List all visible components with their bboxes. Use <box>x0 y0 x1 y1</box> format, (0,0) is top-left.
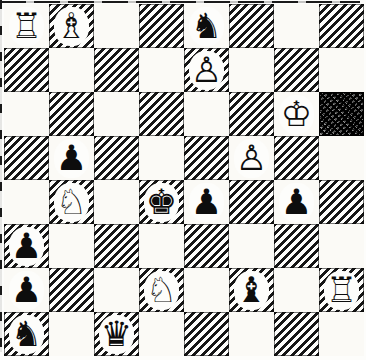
square-c6 <box>94 92 139 136</box>
square-h3 <box>319 224 364 268</box>
square-a6 <box>4 92 49 136</box>
black-queen-c1: ♛ <box>99 315 134 354</box>
square-h6 <box>319 92 364 136</box>
square-e2 <box>184 268 229 312</box>
square-b1 <box>49 312 94 356</box>
black-king-d4: ♚ <box>144 183 179 222</box>
square-c8 <box>94 4 139 48</box>
square-c7 <box>94 48 139 92</box>
black-pawn-e4: ♟ <box>189 183 224 222</box>
square-c1: ♛ <box>94 312 139 356</box>
white-pawn-f5: ♙ <box>234 139 269 178</box>
black-pawn-a2: ♟ <box>9 271 44 310</box>
white-rook-a8: ♖ <box>9 7 44 46</box>
black-knight-e8: ♞ <box>189 7 224 46</box>
square-f5: ♙ <box>229 136 274 180</box>
square-d1 <box>139 312 184 356</box>
square-f3 <box>229 224 274 268</box>
square-e3 <box>184 224 229 268</box>
square-f6 <box>229 92 274 136</box>
square-f2: ♝ <box>229 268 274 312</box>
black-pawn-a3: ♟ <box>9 227 44 266</box>
square-f8 <box>229 4 274 48</box>
square-b6 <box>49 92 94 136</box>
square-d7 <box>139 48 184 92</box>
white-pawn-e7: ♙ <box>189 51 224 90</box>
square-b8: ♗ <box>49 4 94 48</box>
square-b7 <box>49 48 94 92</box>
square-b3 <box>49 224 94 268</box>
square-a2: ♟ <box>4 268 49 312</box>
black-pawn-g4: ♟ <box>279 183 314 222</box>
white-knight-d2: ♘ <box>144 271 179 310</box>
chess-board: ♖♗♞♙♔♟♙♘♚♟♟♟♟♘♝♖♞♛ <box>4 4 364 356</box>
square-e1 <box>184 312 229 356</box>
square-b5: ♟ <box>49 136 94 180</box>
square-e8: ♞ <box>184 4 229 48</box>
square-d5 <box>139 136 184 180</box>
square-h7 <box>319 48 364 92</box>
square-f7 <box>229 48 274 92</box>
square-d8 <box>139 4 184 48</box>
square-h5 <box>319 136 364 180</box>
square-a7 <box>4 48 49 92</box>
square-a5 <box>4 136 49 180</box>
square-f1 <box>229 312 274 356</box>
square-b2 <box>49 268 94 312</box>
square-e7: ♙ <box>184 48 229 92</box>
square-e4: ♟ <box>184 180 229 224</box>
white-knight-b4: ♘ <box>54 183 89 222</box>
square-d2: ♘ <box>139 268 184 312</box>
square-c3 <box>94 224 139 268</box>
square-a1: ♞ <box>4 312 49 356</box>
square-d3 <box>139 224 184 268</box>
square-d4: ♚ <box>139 180 184 224</box>
square-g3 <box>274 224 319 268</box>
scanned-chess-diagram: ♖♗♞♙♔♟♙♘♚♟♟♟♟♘♝♖♞♛ <box>0 0 366 360</box>
square-e5 <box>184 136 229 180</box>
square-b4: ♘ <box>49 180 94 224</box>
square-h4 <box>319 180 364 224</box>
square-g1 <box>274 312 319 356</box>
square-c2 <box>94 268 139 312</box>
black-bishop-f2: ♝ <box>234 271 269 310</box>
white-rook-h2: ♖ <box>324 271 359 310</box>
square-g8 <box>274 4 319 48</box>
square-g6: ♔ <box>274 92 319 136</box>
square-a3: ♟ <box>4 224 49 268</box>
square-h2: ♖ <box>319 268 364 312</box>
square-g7 <box>274 48 319 92</box>
white-king-g6: ♔ <box>279 95 314 134</box>
square-g2 <box>274 268 319 312</box>
square-a8: ♖ <box>4 4 49 48</box>
square-e6 <box>184 92 229 136</box>
square-h1 <box>319 312 364 356</box>
square-g5 <box>274 136 319 180</box>
square-a4 <box>4 180 49 224</box>
square-h8 <box>319 4 364 48</box>
black-pawn-b5: ♟ <box>54 139 89 178</box>
square-f4 <box>229 180 274 224</box>
white-bishop-b8: ♗ <box>54 7 89 46</box>
square-c4 <box>94 180 139 224</box>
square-d6 <box>139 92 184 136</box>
square-c5 <box>94 136 139 180</box>
square-g4: ♟ <box>274 180 319 224</box>
black-knight-a1: ♞ <box>9 315 44 354</box>
